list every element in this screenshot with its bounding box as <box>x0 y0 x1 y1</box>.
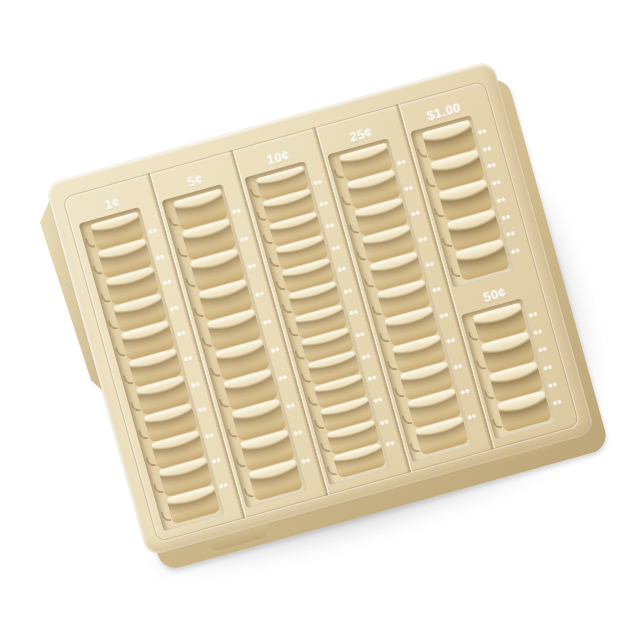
count-mark <box>278 374 288 380</box>
count-mark <box>197 407 207 413</box>
count-mark <box>205 432 215 438</box>
slot-edge-shadow <box>275 280 286 293</box>
slot-edge-shadow <box>282 303 293 316</box>
count-mark <box>301 458 311 464</box>
slot-edge-shadow <box>210 366 221 379</box>
slot-edge-shadow <box>227 426 238 439</box>
count-mark <box>373 397 383 403</box>
count-mark <box>190 381 200 387</box>
count-mark <box>176 330 186 336</box>
slot-edge-shadow <box>153 483 164 496</box>
slot-edge-shadow <box>202 336 213 349</box>
slot-edge-shadow <box>314 418 325 431</box>
count-mark <box>155 254 165 260</box>
count-mark <box>183 356 193 362</box>
count-mark <box>446 338 456 344</box>
count-mark <box>148 229 158 235</box>
count-mark <box>411 211 421 217</box>
count-mark <box>487 163 497 169</box>
count-mark <box>262 319 272 325</box>
slot-edge-shadow <box>364 277 375 290</box>
slot-edge-shadow <box>85 237 96 250</box>
count-mark <box>543 364 553 370</box>
slot-edge-shadow <box>138 428 149 441</box>
count-mark <box>460 389 470 395</box>
count-mark <box>212 458 222 464</box>
count-mark <box>355 332 365 338</box>
count-mark <box>482 145 492 151</box>
count-mark <box>319 201 329 207</box>
count-mark <box>385 441 395 447</box>
coin-tray: 1¢5¢10¢25¢$1.0050¢ <box>45 60 595 556</box>
slot-edge-shadow <box>349 222 360 235</box>
count-mark <box>432 287 442 293</box>
count-mark <box>349 310 359 316</box>
count-mark <box>285 402 295 408</box>
count-mark <box>533 329 543 335</box>
count-mark <box>239 236 249 242</box>
count-mark <box>313 179 323 185</box>
photo-background: 1¢5¢10¢25¢$1.0050¢ <box>0 0 640 640</box>
slot-edge-shadow <box>269 256 280 269</box>
slot-edge-shadow <box>425 177 436 190</box>
slot-edge-shadow <box>394 386 405 399</box>
count-mark <box>293 430 303 436</box>
count-mark <box>255 291 265 297</box>
count-mark <box>337 266 347 272</box>
slot-edge-shadow <box>177 246 188 259</box>
count-mark <box>425 261 435 267</box>
slot-edge-shadow <box>92 264 103 277</box>
count-mark <box>491 180 501 186</box>
slot-edge-shadow <box>193 306 204 319</box>
count-mark <box>219 483 229 489</box>
count-mark <box>418 236 428 242</box>
slot-edge-shadow <box>417 147 428 160</box>
slot-edge-shadow <box>161 510 172 523</box>
count-mark <box>232 208 242 214</box>
slot-edge-shadow <box>468 329 479 342</box>
tray-top-surface: 1¢5¢10¢25¢$1.0050¢ <box>45 60 595 556</box>
slot-edge-shadow <box>250 187 261 200</box>
slot-edge-shadow <box>386 359 397 372</box>
count-mark <box>528 312 538 318</box>
slot-edge-shadow <box>492 418 503 431</box>
slot-edge-shadow <box>130 401 141 414</box>
count-mark <box>331 244 341 250</box>
slot-edge-shadow <box>288 326 299 339</box>
count-mark <box>397 160 407 166</box>
count-mark <box>501 214 511 220</box>
slot-edge-shadow <box>307 395 318 408</box>
slot-edge-shadow <box>442 236 453 249</box>
count-mark <box>510 248 520 254</box>
slot-edge-shadow <box>320 441 331 454</box>
count-mark <box>547 382 557 388</box>
slot-edge-shadow <box>123 373 134 386</box>
slot-edge-shadow <box>327 465 338 478</box>
slot-edge-shadow <box>379 332 390 345</box>
slot-edge-shadow <box>145 455 156 468</box>
count-mark <box>538 347 548 353</box>
count-mark <box>467 414 477 420</box>
count-mark <box>506 231 516 237</box>
slot-edge-shadow <box>476 359 487 372</box>
slot-edge-shadow <box>256 210 267 223</box>
slot-edge-shadow <box>433 206 444 219</box>
slot-edge-shadow <box>294 349 305 362</box>
count-mark <box>496 197 506 203</box>
slot-edge-shadow <box>402 414 413 427</box>
count-mark <box>367 375 377 381</box>
count-mark <box>325 223 335 229</box>
count-mark <box>379 419 389 425</box>
count-mark <box>247 263 257 269</box>
slot-edge-shadow <box>450 266 461 279</box>
slot-edge-shadow <box>243 487 254 500</box>
slot-edge-shadow <box>218 396 229 409</box>
slot-edge-shadow <box>301 372 312 385</box>
count-mark <box>169 305 179 311</box>
count-mark <box>439 312 449 318</box>
slot-edge-shadow <box>484 388 495 401</box>
slot-edge-shadow <box>371 304 382 317</box>
count-mark <box>270 347 280 353</box>
count-mark <box>162 279 172 285</box>
count-mark <box>404 185 414 191</box>
slot-edge-shadow <box>356 250 367 263</box>
count-mark <box>453 363 463 369</box>
slot-edge-shadow <box>108 319 119 332</box>
slot-edge-shadow <box>333 168 344 181</box>
slot-edge-shadow <box>185 276 196 289</box>
slot-edge-shadow <box>341 195 352 208</box>
count-mark <box>552 399 562 405</box>
slot-edge-shadow <box>115 346 126 359</box>
slot-edge-shadow <box>235 456 246 469</box>
count-mark <box>477 128 487 134</box>
slot-edge-shadow <box>409 441 420 454</box>
slot-edge-shadow <box>168 216 179 229</box>
slot-edge-shadow <box>262 233 273 246</box>
slot-edge-shadow <box>100 291 111 304</box>
count-mark <box>343 288 353 294</box>
count-mark <box>361 354 371 360</box>
